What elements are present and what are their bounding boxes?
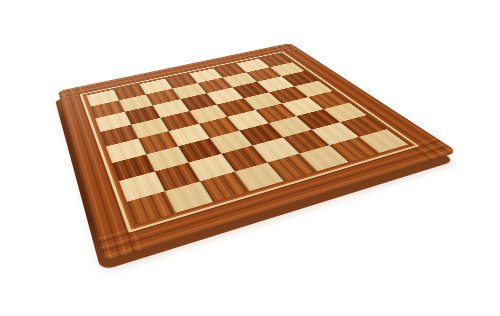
- chessboard-product-photo: [0, 0, 500, 316]
- chess-board: [58, 43, 458, 262]
